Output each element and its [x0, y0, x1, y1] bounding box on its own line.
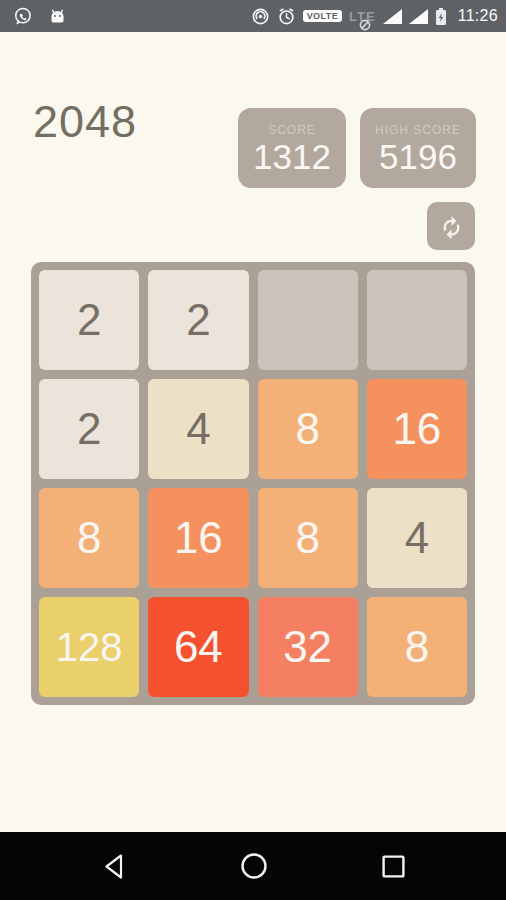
navigation-bar [0, 832, 506, 900]
android-system-icon [49, 7, 66, 25]
whatsapp-icon [12, 6, 33, 27]
restart-button[interactable] [427, 202, 475, 250]
high-score-box: HIGH SCORE 5196 [360, 108, 476, 188]
status-bar-system-icons: VOLTE LTE 11:26 [251, 7, 498, 26]
home-button[interactable] [240, 852, 268, 880]
back-button[interactable] [102, 853, 126, 880]
tile-r0c1: 2 [148, 270, 248, 370]
tile-r3c0: 128 [39, 597, 139, 697]
phone-screen: VOLTE LTE 11:26 [0, 0, 506, 900]
high-score-label: HIGH SCORE [375, 123, 461, 137]
score-box: SCORE 1312 [238, 108, 346, 188]
score-boxes: SCORE 1312 HIGH SCORE 5196 [238, 108, 476, 188]
tile-r0c0: 2 [39, 270, 139, 370]
tile-r2c2: 8 [258, 488, 358, 588]
tile-r1c0: 2 [39, 379, 139, 479]
score-label: SCORE [268, 123, 316, 137]
tile-r1c1: 4 [148, 379, 248, 479]
tile-r3c3: 8 [367, 597, 467, 697]
alarm-icon [277, 7, 296, 26]
tile-r3c1: 64 [148, 597, 248, 697]
tile-r1c3: 16 [367, 379, 467, 479]
tile-r2c1: 16 [148, 488, 248, 588]
clock-time: 11:26 [458, 7, 498, 25]
tile-r2c3: 4 [367, 488, 467, 588]
home-circle-icon [240, 852, 268, 880]
tile-r3c2: 32 [258, 597, 358, 697]
tile-r0c3 [367, 270, 467, 370]
game-board[interactable]: 2 2 2 4 8 16 8 16 8 4 128 64 32 8 [31, 262, 475, 705]
status-bar-notifications [12, 6, 66, 27]
score-value: 1312 [253, 139, 331, 176]
recents-button[interactable] [382, 855, 405, 878]
recents-square-icon [382, 855, 405, 878]
high-score-value: 5196 [379, 139, 457, 176]
hotspot-icon [251, 7, 270, 26]
tile-r0c2 [258, 270, 358, 370]
tile-r1c2: 8 [258, 379, 358, 479]
signal-triangle-icon-1 [383, 9, 402, 24]
lte-disabled-icon: LTE [349, 9, 376, 24]
volte-badge: VOLTE [303, 10, 342, 22]
refresh-icon [438, 213, 465, 240]
status-bar[interactable]: VOLTE LTE 11:26 [0, 0, 506, 32]
signal-triangle-icon-2 [409, 9, 428, 24]
page-title: 2048 [33, 96, 137, 148]
tile-r2c0: 8 [39, 488, 139, 588]
back-triangle-icon [102, 853, 126, 880]
battery-charging-icon [435, 7, 447, 26]
